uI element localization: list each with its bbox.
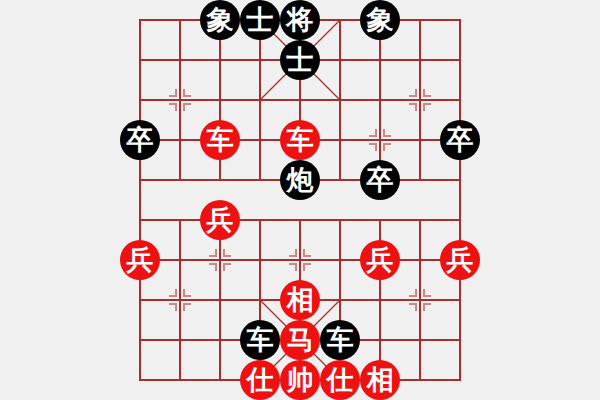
board-cell: [141, 341, 181, 379]
board-cell: [181, 301, 221, 341]
board-cell: [141, 181, 181, 221]
board-cell: [261, 221, 301, 261]
board-cell: [221, 61, 261, 101]
board-cell: [181, 61, 221, 101]
piece-red-chariot[interactable]: 车: [280, 120, 320, 160]
xiangqi-board-screen: 象士将象士卒车车卒炮卒兵兵兵兵相车马车仕帅仕相: [0, 0, 600, 400]
board-cell: [381, 301, 421, 341]
piece-red-advisor[interactable]: 仕: [240, 360, 280, 400]
board-cell: [221, 261, 261, 301]
board-cell: [421, 301, 459, 341]
piece-red-elephant[interactable]: 相: [360, 360, 400, 400]
piece-red-chariot[interactable]: 车: [200, 120, 240, 160]
piece-black-soldier[interactable]: 卒: [440, 120, 480, 160]
board-cell: [421, 61, 459, 101]
piece-black-advisor[interactable]: 士: [240, 0, 280, 40]
board-cell: [141, 301, 181, 341]
piece-red-soldier[interactable]: 兵: [200, 200, 240, 240]
piece-black-soldier[interactable]: 卒: [360, 160, 400, 200]
piece-black-general[interactable]: 将: [280, 0, 320, 40]
board-cell: [421, 21, 459, 61]
board-cell: [301, 221, 341, 261]
piece-black-elephant[interactable]: 象: [360, 0, 400, 40]
board-cell: [421, 341, 459, 379]
piece-red-horse[interactable]: 马: [280, 320, 320, 360]
piece-black-cannon[interactable]: 炮: [280, 160, 320, 200]
piece-black-chariot[interactable]: 车: [240, 320, 280, 360]
piece-black-elephant[interactable]: 象: [200, 0, 240, 40]
board-cell: [141, 61, 181, 101]
piece-black-advisor[interactable]: 士: [280, 40, 320, 80]
board-cell: [381, 61, 421, 101]
piece-red-soldier[interactable]: 兵: [440, 240, 480, 280]
piece-black-chariot[interactable]: 车: [320, 320, 360, 360]
board-cell: [341, 61, 381, 101]
board-cell: [341, 101, 381, 141]
board-cell: [141, 21, 181, 61]
piece-red-soldier[interactable]: 兵: [120, 240, 160, 280]
piece-red-general[interactable]: 帅: [280, 360, 320, 400]
board-cell: [421, 181, 459, 221]
piece-red-advisor[interactable]: 仕: [320, 360, 360, 400]
board-cell: [181, 261, 221, 301]
piece-black-soldier[interactable]: 卒: [120, 120, 160, 160]
piece-red-soldier[interactable]: 兵: [360, 240, 400, 280]
board-cell: [181, 341, 221, 379]
board-cell: [381, 101, 421, 141]
piece-red-elephant[interactable]: 相: [280, 280, 320, 320]
